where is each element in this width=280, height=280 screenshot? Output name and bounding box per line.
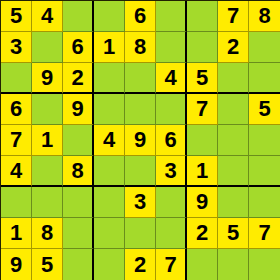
- cell-r9c1[interactable]: 9: [1, 249, 32, 280]
- cell-r2c7[interactable]: [187, 32, 218, 63]
- cell-r1c9[interactable]: 8: [249, 1, 280, 32]
- cell-r4c8[interactable]: [218, 94, 249, 125]
- cell-r7c8[interactable]: [218, 187, 249, 218]
- cell-r6c7[interactable]: 1: [187, 156, 218, 187]
- cell-r2c4[interactable]: 1: [94, 32, 125, 63]
- cell-r7c7[interactable]: 9: [187, 187, 218, 218]
- cell-r4c2[interactable]: [32, 94, 63, 125]
- cell-r4c3[interactable]: 9: [63, 94, 94, 125]
- cell-r1c5[interactable]: 6: [125, 1, 156, 32]
- cell-r8c8[interactable]: 5: [218, 218, 249, 249]
- cell-r5c2[interactable]: 1: [32, 125, 63, 156]
- cell-r9c4[interactable]: [94, 249, 125, 280]
- cell-r5c7[interactable]: [187, 125, 218, 156]
- cell-r4c5[interactable]: [125, 94, 156, 125]
- cell-r9c3[interactable]: [63, 249, 94, 280]
- cell-r7c4[interactable]: [94, 187, 125, 218]
- cell-r2c9[interactable]: [249, 32, 280, 63]
- cell-r7c9[interactable]: [249, 187, 280, 218]
- cell-r7c2[interactable]: [32, 187, 63, 218]
- cell-r9c7[interactable]: [187, 249, 218, 280]
- cell-r2c5[interactable]: 8: [125, 32, 156, 63]
- cell-r4c9[interactable]: 5: [249, 94, 280, 125]
- cell-r4c6[interactable]: [156, 94, 187, 125]
- cell-r9c6[interactable]: 7: [156, 249, 187, 280]
- cell-r8c1[interactable]: 1: [1, 218, 32, 249]
- cell-r1c8[interactable]: 7: [218, 1, 249, 32]
- cell-r6c4[interactable]: [94, 156, 125, 187]
- cell-r1c1[interactable]: 5: [1, 1, 32, 32]
- cell-r3c5[interactable]: [125, 63, 156, 94]
- cell-r8c9[interactable]: 7: [249, 218, 280, 249]
- cell-r1c7[interactable]: [187, 1, 218, 32]
- cell-r3c9[interactable]: [249, 63, 280, 94]
- cell-r4c4[interactable]: [94, 94, 125, 125]
- cell-r1c3[interactable]: [63, 1, 94, 32]
- cell-r8c6[interactable]: [156, 218, 187, 249]
- sudoku-board: 54678361829245697571496483139182579527: [0, 0, 280, 280]
- cell-r5c1[interactable]: 7: [1, 125, 32, 156]
- cell-r2c2[interactable]: [32, 32, 63, 63]
- cell-r2c8[interactable]: 2: [218, 32, 249, 63]
- cell-r6c9[interactable]: [249, 156, 280, 187]
- cell-r1c6[interactable]: [156, 1, 187, 32]
- cell-r4c1[interactable]: 6: [1, 94, 32, 125]
- cell-r9c8[interactable]: [218, 249, 249, 280]
- cell-r3c4[interactable]: [94, 63, 125, 94]
- cell-r9c5[interactable]: 2: [125, 249, 156, 280]
- cell-r8c7[interactable]: 2: [187, 218, 218, 249]
- cell-r8c3[interactable]: [63, 218, 94, 249]
- cell-r5c3[interactable]: [63, 125, 94, 156]
- cell-r7c5[interactable]: 3: [125, 187, 156, 218]
- cell-r9c9[interactable]: [249, 249, 280, 280]
- cell-r8c4[interactable]: [94, 218, 125, 249]
- cell-r7c6[interactable]: [156, 187, 187, 218]
- cell-r6c8[interactable]: [218, 156, 249, 187]
- cell-r9c2[interactable]: 5: [32, 249, 63, 280]
- cell-r5c6[interactable]: 6: [156, 125, 187, 156]
- cell-r1c2[interactable]: 4: [32, 1, 63, 32]
- cell-r5c9[interactable]: [249, 125, 280, 156]
- cell-r7c1[interactable]: [1, 187, 32, 218]
- cell-r2c6[interactable]: [156, 32, 187, 63]
- cell-r3c6[interactable]: 4: [156, 63, 187, 94]
- cell-r8c2[interactable]: 8: [32, 218, 63, 249]
- cell-r3c2[interactable]: 9: [32, 63, 63, 94]
- cell-r3c8[interactable]: [218, 63, 249, 94]
- cell-r5c8[interactable]: [218, 125, 249, 156]
- cell-r6c1[interactable]: 4: [1, 156, 32, 187]
- cell-r8c5[interactable]: [125, 218, 156, 249]
- cell-r3c1[interactable]: [1, 63, 32, 94]
- cell-r3c7[interactable]: 5: [187, 63, 218, 94]
- cell-r6c6[interactable]: 3: [156, 156, 187, 187]
- cell-r5c4[interactable]: 4: [94, 125, 125, 156]
- cell-r6c2[interactable]: [32, 156, 63, 187]
- cell-r3c3[interactable]: 2: [63, 63, 94, 94]
- cell-r2c1[interactable]: 3: [1, 32, 32, 63]
- cell-r5c5[interactable]: 9: [125, 125, 156, 156]
- cell-r6c5[interactable]: [125, 156, 156, 187]
- cell-r2c3[interactable]: 6: [63, 32, 94, 63]
- cell-r6c3[interactable]: 8: [63, 156, 94, 187]
- cell-r7c3[interactable]: [63, 187, 94, 218]
- cell-r1c4[interactable]: [94, 1, 125, 32]
- cell-r4c7[interactable]: 7: [187, 94, 218, 125]
